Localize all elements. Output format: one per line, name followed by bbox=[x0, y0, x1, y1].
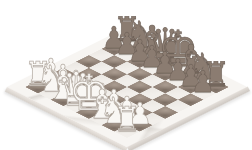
chess-set-photo: ♜♞♝♛♚♝♞♜♟♟♟♟♟♟♟♟♟♟♟♟♟♟♟♟♜♞♝♛♚♝♞♜ bbox=[0, 0, 252, 150]
piece-white-rook: ♜ bbox=[113, 102, 140, 136]
pieces-layer: ♜♞♝♛♚♝♞♜♟♟♟♟♟♟♟♟♟♟♟♟♟♟♟♟♜♞♝♛♚♝♞♜ bbox=[0, 0, 252, 150]
piece-grey-pawn: ♟ bbox=[191, 67, 215, 97]
